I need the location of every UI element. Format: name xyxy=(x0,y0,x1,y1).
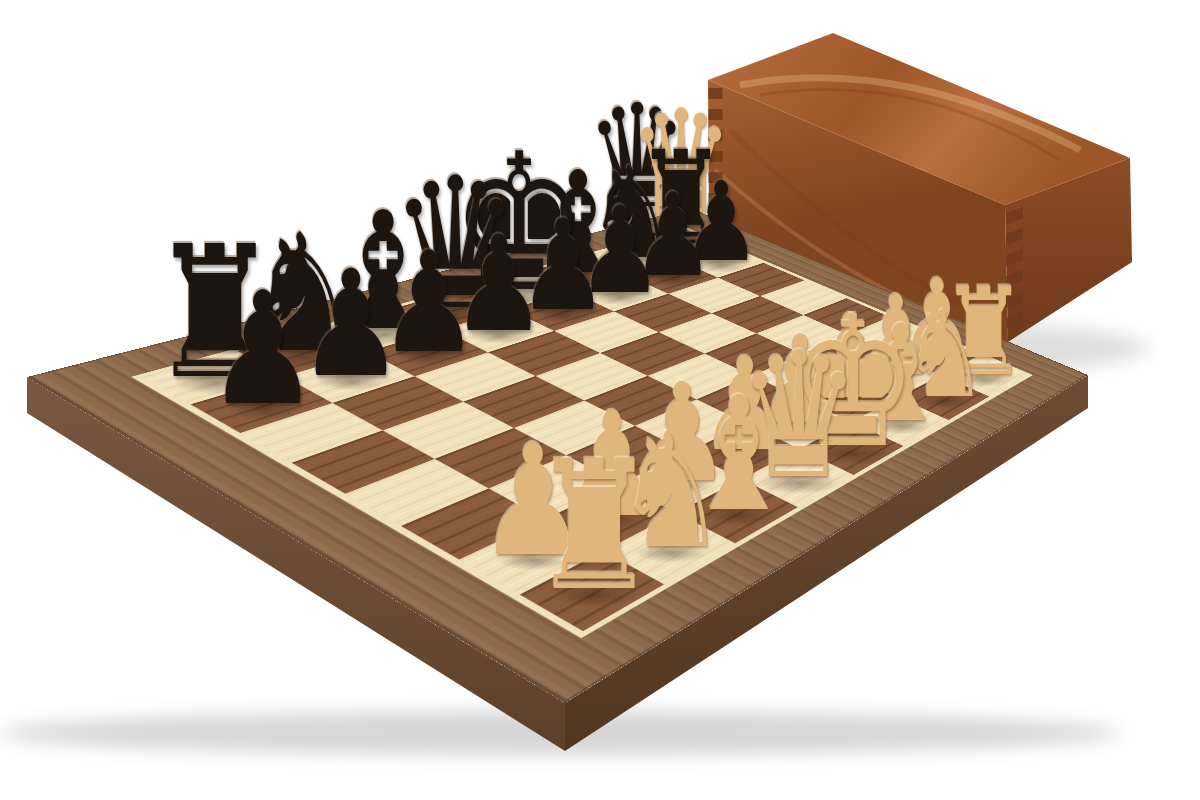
pieces-layer: ♜♞♝♛♚♝♞♜♟♟♟♟♟♟♟♟♟♟♟♟♟♟♟♟♜♞♝♛♚♝♞♜ xyxy=(0,0,1200,800)
piece-black-pawn-a7[interactable]: ♟ xyxy=(207,271,319,427)
white-rook-glyph: ♜ xyxy=(530,422,658,630)
chess-set-product-scene: ♛♛ ♜♞♝♛♚♝♞♜♟♟♟♟♟♟♟♟♟♟♟♟♟♟♟♟♜♞♝♛♚♝♞♜ xyxy=(0,0,1200,800)
black-pawn-glyph: ♟ xyxy=(207,258,319,440)
piece-white-rook-a1[interactable]: ♜ xyxy=(530,437,658,616)
